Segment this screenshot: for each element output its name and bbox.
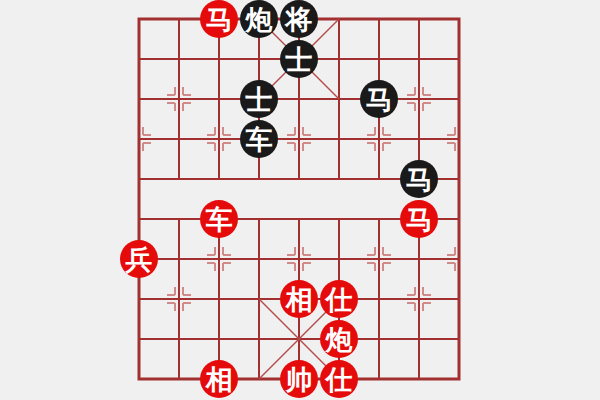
piece-red-horse[interactable]: 马	[400, 200, 438, 238]
pieces-layer: 马炮将士士马车马车马兵相仕炮相帅仕	[119, 0, 479, 399]
piece-red-general[interactable]: 帅	[280, 360, 318, 398]
piece-black-horse[interactable]: 马	[360, 80, 398, 118]
piece-red-advisor[interactable]: 仕	[320, 360, 358, 398]
piece-red-soldier[interactable]: 兵	[120, 240, 158, 278]
piece-black-horse[interactable]: 马	[400, 160, 438, 198]
piece-red-chariot[interactable]: 车	[200, 200, 238, 238]
piece-black-advisor[interactable]: 士	[240, 80, 278, 118]
piece-red-horse[interactable]: 马	[200, 0, 238, 38]
piece-black-advisor[interactable]: 士	[280, 40, 318, 78]
piece-red-cannon[interactable]: 炮	[320, 320, 358, 358]
piece-red-elephant[interactable]: 相	[280, 280, 318, 318]
piece-red-advisor[interactable]: 仕	[320, 280, 358, 318]
piece-black-general[interactable]: 将	[280, 0, 318, 38]
piece-black-chariot[interactable]: 车	[240, 120, 278, 158]
xiangqi-board: 马炮将士士马车马车马兵相仕炮相帅仕	[0, 0, 600, 400]
piece-red-elephant[interactable]: 相	[200, 360, 238, 398]
piece-black-cannon[interactable]: 炮	[240, 0, 278, 38]
